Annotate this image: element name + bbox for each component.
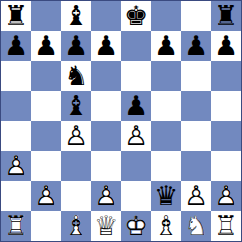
white-pawn-icon: ♟	[61, 121, 91, 151]
black-knight-icon: ♞	[61, 61, 91, 91]
black-pawn-icon: ♟	[151, 31, 181, 61]
white-rook-icon: ♜	[1, 211, 31, 241]
square-f4[interactable]	[151, 121, 181, 151]
black-king-icon: ♚	[121, 1, 151, 31]
black-pawn-icon: ♟	[61, 31, 91, 61]
square-c6[interactable]: ♞	[61, 61, 91, 91]
white-pawn-icon: ♟	[211, 181, 241, 211]
white-bishop-icon: ♝	[61, 211, 91, 241]
square-c3[interactable]	[61, 151, 91, 181]
square-g1[interactable]: ♞♘	[181, 211, 211, 241]
white-pawn-outline-icon: ♙	[91, 181, 121, 211]
square-e3[interactable]	[121, 151, 151, 181]
white-pawn-outline-icon: ♙	[121, 121, 151, 151]
black-rook-icon: ♜	[211, 1, 241, 31]
square-b6[interactable]	[31, 61, 61, 91]
square-d2[interactable]: ♟♙	[91, 181, 121, 211]
white-rook-outline-icon: ♖	[211, 211, 241, 241]
square-a2[interactable]	[1, 181, 31, 211]
square-c5[interactable]: ♝	[61, 91, 91, 121]
square-c8[interactable]: ♝	[61, 1, 91, 31]
square-d8[interactable]	[91, 1, 121, 31]
black-pawn-icon: ♟	[181, 31, 211, 61]
black-pawn-icon: ♟	[211, 31, 241, 61]
white-knight-outline-icon: ♘	[181, 211, 211, 241]
square-h6[interactable]	[211, 61, 241, 91]
square-c1[interactable]: ♝♗	[61, 211, 91, 241]
square-d6[interactable]	[91, 61, 121, 91]
square-d4[interactable]	[91, 121, 121, 151]
square-b3[interactable]	[31, 151, 61, 181]
square-e1[interactable]: ♚♔	[121, 211, 151, 241]
white-knight-icon: ♞	[181, 211, 211, 241]
white-king-outline-icon: ♔	[121, 211, 151, 241]
black-bishop-icon: ♝	[61, 1, 91, 31]
square-b2[interactable]: ♟♙	[31, 181, 61, 211]
square-a7[interactable]: ♟	[1, 31, 31, 61]
square-e7[interactable]	[121, 31, 151, 61]
square-f3[interactable]	[151, 151, 181, 181]
white-bishop-icon: ♝	[151, 211, 181, 241]
white-rook-outline-icon: ♖	[1, 211, 31, 241]
square-h3[interactable]	[211, 151, 241, 181]
square-f6[interactable]	[151, 61, 181, 91]
square-g3[interactable]	[181, 151, 211, 181]
black-bishop-icon: ♝	[61, 91, 91, 121]
white-rook-icon: ♜	[211, 211, 241, 241]
square-f2[interactable]: ♛	[151, 181, 181, 211]
white-bishop-outline-icon: ♗	[61, 211, 91, 241]
black-rook-icon: ♜	[1, 1, 31, 31]
square-b5[interactable]	[31, 91, 61, 121]
square-c7[interactable]: ♟	[61, 31, 91, 61]
white-pawn-icon: ♟	[121, 121, 151, 151]
square-g2[interactable]: ♟♙	[181, 181, 211, 211]
square-g4[interactable]	[181, 121, 211, 151]
white-pawn-outline-icon: ♙	[61, 121, 91, 151]
square-h4[interactable]	[211, 121, 241, 151]
square-f8[interactable]	[151, 1, 181, 31]
square-b1[interactable]	[31, 211, 61, 241]
square-h2[interactable]: ♟♙	[211, 181, 241, 211]
square-a3[interactable]: ♟♙	[1, 151, 31, 181]
square-f7[interactable]: ♟	[151, 31, 181, 61]
white-pawn-outline-icon: ♙	[211, 181, 241, 211]
white-pawn-outline-icon: ♙	[31, 181, 61, 211]
chess-board: ♜♝♚♜♟♟♟♟♟♟♟♞♝♟♟♙♟♙♟♙♟♙♟♙♛♟♙♟♙♜♖♝♗♛♕♚♔♝♗♞…	[0, 0, 242, 242]
square-e2[interactable]	[121, 181, 151, 211]
square-a4[interactable]	[1, 121, 31, 151]
white-king-icon: ♚	[121, 211, 151, 241]
square-b7[interactable]: ♟	[31, 31, 61, 61]
black-pawn-icon: ♟	[91, 31, 121, 61]
square-h5[interactable]	[211, 91, 241, 121]
square-h7[interactable]: ♟	[211, 31, 241, 61]
white-pawn-icon: ♟	[91, 181, 121, 211]
square-d5[interactable]	[91, 91, 121, 121]
square-c4[interactable]: ♟♙	[61, 121, 91, 151]
black-pawn-icon: ♟	[121, 91, 151, 121]
square-g7[interactable]: ♟	[181, 31, 211, 61]
black-pawn-icon: ♟	[31, 31, 61, 61]
white-queen-icon: ♛	[91, 211, 121, 241]
square-f5[interactable]	[151, 91, 181, 121]
square-f1[interactable]: ♝♗	[151, 211, 181, 241]
square-e6[interactable]	[121, 61, 151, 91]
white-pawn-icon: ♟	[1, 151, 31, 181]
white-queen-outline-icon: ♕	[91, 211, 121, 241]
white-bishop-outline-icon: ♗	[151, 211, 181, 241]
square-h1[interactable]: ♜♖	[211, 211, 241, 241]
square-d3[interactable]	[91, 151, 121, 181]
square-b4[interactable]	[31, 121, 61, 151]
square-g5[interactable]	[181, 91, 211, 121]
square-g8[interactable]	[181, 1, 211, 31]
black-pawn-icon: ♟	[1, 31, 31, 61]
square-h8[interactable]: ♜	[211, 1, 241, 31]
white-pawn-outline-icon: ♙	[181, 181, 211, 211]
square-a8[interactable]: ♜	[1, 1, 31, 31]
square-a6[interactable]	[1, 61, 31, 91]
square-e4[interactable]: ♟♙	[121, 121, 151, 151]
square-c2[interactable]	[61, 181, 91, 211]
white-pawn-outline-icon: ♙	[1, 151, 31, 181]
square-b8[interactable]	[31, 1, 61, 31]
white-pawn-icon: ♟	[181, 181, 211, 211]
square-e8[interactable]: ♚	[121, 1, 151, 31]
black-queen-icon: ♛	[151, 181, 181, 211]
square-g6[interactable]	[181, 61, 211, 91]
white-pawn-icon: ♟	[31, 181, 61, 211]
square-a5[interactable]	[1, 91, 31, 121]
square-e5[interactable]: ♟	[121, 91, 151, 121]
square-d1[interactable]: ♛♕	[91, 211, 121, 241]
square-d7[interactable]: ♟	[91, 31, 121, 61]
square-a1[interactable]: ♜♖	[1, 211, 31, 241]
